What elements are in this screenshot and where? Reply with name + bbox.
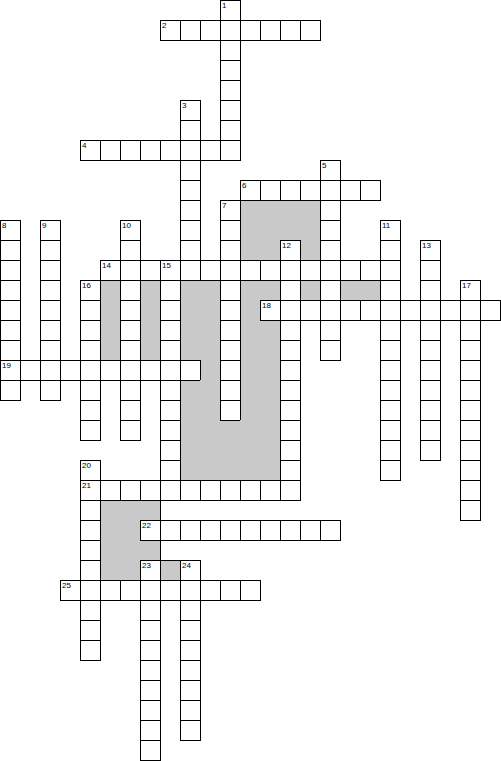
- shaded-cell-r23c10: [200, 460, 221, 481]
- letter-cell-r29c6[interactable]: [120, 580, 141, 601]
- letter-cell-r15c0[interactable]: [0, 300, 21, 321]
- letter-cell-r17c21[interactable]: [420, 340, 441, 361]
- letter-cell-r1c14[interactable]: [280, 20, 301, 41]
- letter-cell-r13c0[interactable]: [0, 260, 21, 281]
- letter-cell-r7c6[interactable]: [120, 140, 141, 161]
- letter-cell-r21c23[interactable]: [460, 420, 481, 441]
- letter-cell-r16c14[interactable]: [280, 320, 301, 341]
- letter-cell-r29c5[interactable]: [100, 580, 121, 601]
- letter-cell-r18c1[interactable]: [20, 360, 41, 381]
- letter-cell-r13c6[interactable]: [120, 260, 141, 281]
- letter-cell-r1c15[interactable]: [300, 20, 321, 41]
- clue-number-1: 1: [222, 1, 226, 10]
- letter-cell-r1c10[interactable]: [200, 20, 221, 41]
- letter-cell-r19c0[interactable]: [0, 380, 21, 401]
- letter-cell-r23c19[interactable]: [380, 460, 401, 481]
- letter-cell-r18c23[interactable]: [460, 360, 481, 381]
- letter-cell-r27c4[interactable]: [80, 540, 101, 561]
- shaded-cell-r14c17: [340, 280, 361, 301]
- letter-cell-r19c2[interactable]: [40, 380, 61, 401]
- letter-cell-r12c0[interactable]: [0, 240, 21, 261]
- letter-cell-r18c8[interactable]: [160, 360, 181, 381]
- clue-number-21: 21: [82, 481, 91, 490]
- letter-cell-r9c15[interactable]: [300, 180, 321, 201]
- shaded-cell-r14c9: [180, 280, 201, 301]
- letter-cell-r10c11[interactable]: 7: [220, 200, 241, 221]
- letter-cell-r22c8[interactable]: [160, 440, 181, 461]
- letter-cell-r19c11[interactable]: [220, 380, 241, 401]
- clue-number-18: 18: [262, 301, 271, 310]
- letter-cell-r12c16[interactable]: [320, 240, 341, 261]
- letter-cell-r29c3[interactable]: 25: [60, 580, 81, 601]
- letter-cell-r17c8[interactable]: [160, 340, 181, 361]
- letter-cell-r29c12[interactable]: [240, 580, 261, 601]
- letter-cell-r28c7[interactable]: 23: [140, 560, 161, 581]
- letter-cell-r15c21[interactable]: [420, 300, 441, 321]
- letter-cell-r13c19[interactable]: [380, 260, 401, 281]
- letter-cell-r18c21[interactable]: [420, 360, 441, 381]
- shaded-cell-r16c9: [180, 320, 201, 341]
- letter-cell-r16c2[interactable]: [40, 320, 61, 341]
- clue-number-15: 15: [162, 261, 171, 270]
- letter-cell-r24c12[interactable]: [240, 480, 261, 501]
- letter-cell-r16c8[interactable]: [160, 320, 181, 341]
- letter-cell-r17c23[interactable]: [460, 340, 481, 361]
- letter-cell-r18c14[interactable]: [280, 360, 301, 381]
- letter-cell-r32c4[interactable]: [80, 640, 101, 661]
- letter-cell-r11c9[interactable]: [180, 220, 201, 241]
- letter-cell-r35c7[interactable]: [140, 700, 161, 721]
- letter-cell-r7c4[interactable]: 4: [80, 140, 101, 161]
- letter-cell-r7c9[interactable]: [180, 140, 201, 161]
- shaded-cell-r28c6: [120, 560, 141, 581]
- letter-cell-r17c19[interactable]: [380, 340, 401, 361]
- letter-cell-r15c20[interactable]: [400, 300, 421, 321]
- letter-cell-r30c4[interactable]: [80, 600, 101, 621]
- letter-cell-r18c9[interactable]: [180, 360, 201, 381]
- letter-cell-r24c11[interactable]: [220, 480, 241, 501]
- shaded-cell-r22c9: [180, 440, 201, 461]
- letter-cell-r20c14[interactable]: [280, 400, 301, 421]
- letter-cell-r25c4[interactable]: [80, 500, 101, 521]
- letter-cell-r29c10[interactable]: [200, 580, 221, 601]
- letter-cell-r13c15[interactable]: [300, 260, 321, 281]
- letter-cell-r7c11[interactable]: [220, 140, 241, 161]
- letter-cell-r21c19[interactable]: [380, 420, 401, 441]
- shaded-cell-r22c12: [240, 440, 261, 461]
- letter-cell-r16c23[interactable]: [460, 320, 481, 341]
- shaded-cell-r20c13: [260, 400, 281, 421]
- shaded-cell-r14c12: [240, 280, 261, 301]
- letter-cell-r20c6[interactable]: [120, 400, 141, 421]
- letter-cell-r21c4[interactable]: [80, 420, 101, 441]
- letter-cell-r12c6[interactable]: [120, 240, 141, 261]
- letter-cell-r29c7[interactable]: [140, 580, 161, 601]
- shaded-cell-r26c5: [100, 520, 121, 541]
- letter-cell-r35c9[interactable]: [180, 700, 201, 721]
- letter-cell-r8c9[interactable]: [180, 160, 201, 181]
- letter-cell-r31c7[interactable]: [140, 620, 161, 641]
- letter-cell-r1c8[interactable]: 2: [160, 20, 181, 41]
- shaded-cell-r12c15: [300, 240, 321, 261]
- letter-cell-r16c21[interactable]: [420, 320, 441, 341]
- letter-cell-r18c2[interactable]: [40, 360, 61, 381]
- letter-cell-r33c9[interactable]: [180, 660, 201, 681]
- letter-cell-r24c7[interactable]: [140, 480, 161, 501]
- shaded-cell-r15c5: [100, 300, 121, 321]
- letter-cell-r6c11[interactable]: [220, 120, 241, 141]
- clue-number-6: 6: [242, 181, 246, 190]
- letter-cell-r22c23[interactable]: [460, 440, 481, 461]
- letter-cell-r9c13[interactable]: [260, 180, 281, 201]
- letter-cell-r15c14[interactable]: [280, 300, 301, 321]
- letter-cell-r17c0[interactable]: [0, 340, 21, 361]
- letter-cell-r30c9[interactable]: [180, 600, 201, 621]
- letter-cell-r23c14[interactable]: [280, 460, 301, 481]
- letter-cell-r16c11[interactable]: [220, 320, 241, 341]
- letter-cell-r34c7[interactable]: [140, 680, 161, 701]
- shaded-cell-r21c11: [220, 420, 241, 441]
- shaded-cell-r19c12: [240, 380, 261, 401]
- letter-cell-r30c7[interactable]: [140, 600, 161, 621]
- letter-cell-r14c0[interactable]: [0, 280, 21, 301]
- letter-cell-r11c2[interactable]: 9: [40, 220, 61, 241]
- letter-cell-r11c11[interactable]: [220, 220, 241, 241]
- shaded-cell-r22c10: [200, 440, 221, 461]
- letter-cell-r13c11[interactable]: [220, 260, 241, 281]
- letter-cell-r24c13[interactable]: [260, 480, 281, 501]
- letter-cell-r16c4[interactable]: [80, 320, 101, 341]
- letter-cell-r18c4[interactable]: [80, 360, 101, 381]
- clue-number-22: 22: [142, 521, 151, 530]
- letter-cell-r13c10[interactable]: [200, 260, 221, 281]
- shaded-cell-r27c5: [100, 540, 121, 561]
- letter-cell-r24c23[interactable]: [460, 480, 481, 501]
- shaded-cell-r10c13: [260, 200, 281, 221]
- letter-cell-r11c0[interactable]: 8: [0, 220, 21, 241]
- letter-cell-r13c21[interactable]: [420, 260, 441, 281]
- letter-cell-r2c11[interactable]: [220, 40, 241, 61]
- letter-cell-r9c17[interactable]: [340, 180, 361, 201]
- letter-cell-r20c19[interactable]: [380, 400, 401, 421]
- shaded-cell-r12c13: [260, 240, 281, 261]
- letter-cell-r11c16[interactable]: [320, 220, 341, 241]
- letter-cell-r26c13[interactable]: [260, 520, 281, 541]
- letter-cell-r15c18[interactable]: [360, 300, 381, 321]
- clue-number-9: 9: [42, 221, 46, 230]
- letter-cell-r3c11[interactable]: [220, 60, 241, 81]
- letter-cell-r18c6[interactable]: [120, 360, 141, 381]
- letter-cell-r23c8[interactable]: [160, 460, 181, 481]
- letter-cell-r10c16[interactable]: [320, 200, 341, 221]
- letter-cell-r15c23[interactable]: [460, 300, 481, 321]
- letter-cell-r19c4[interactable]: [80, 380, 101, 401]
- letter-cell-r29c8[interactable]: [160, 580, 181, 601]
- letter-cell-r6c9[interactable]: [180, 120, 201, 141]
- letter-cell-r20c21[interactable]: [420, 400, 441, 421]
- clue-number-17: 17: [462, 281, 471, 290]
- shaded-cell-r15c7: [140, 300, 161, 321]
- letter-cell-r29c9[interactable]: [180, 580, 201, 601]
- letter-cell-r20c8[interactable]: [160, 400, 181, 421]
- letter-cell-r18c0[interactable]: 19: [0, 360, 21, 381]
- shaded-cell-r21c9: [180, 420, 201, 441]
- letter-cell-r15c17[interactable]: [340, 300, 361, 321]
- letter-cell-r7c10[interactable]: [200, 140, 221, 161]
- letter-cell-r18c19[interactable]: [380, 360, 401, 381]
- shaded-cell-r11c12: [240, 220, 261, 241]
- shaded-cell-r17c5: [100, 340, 121, 361]
- letter-cell-r15c15[interactable]: [300, 300, 321, 321]
- letter-cell-r13c17[interactable]: [340, 260, 361, 281]
- clue-number-12: 12: [282, 241, 291, 250]
- letter-cell-r23c23[interactable]: [460, 460, 481, 481]
- letter-cell-r13c8[interactable]: 15: [160, 260, 181, 281]
- letter-cell-r19c19[interactable]: [380, 380, 401, 401]
- letter-cell-r24c10[interactable]: [200, 480, 221, 501]
- letter-cell-r9c18[interactable]: [360, 180, 381, 201]
- letter-cell-r9c9[interactable]: [180, 180, 201, 201]
- shaded-cell-r14c5: [100, 280, 121, 301]
- letter-cell-r5c11[interactable]: [220, 100, 241, 121]
- letter-cell-r26c16[interactable]: [320, 520, 341, 541]
- letter-cell-r17c6[interactable]: [120, 340, 141, 361]
- shaded-cell-r11c15: [300, 220, 321, 241]
- shaded-cell-r16c12: [240, 320, 261, 341]
- letter-cell-r0c11[interactable]: 1: [220, 0, 241, 21]
- letter-cell-r19c8[interactable]: [160, 380, 181, 401]
- clue-number-5: 5: [322, 161, 326, 170]
- clue-number-20: 20: [82, 461, 91, 470]
- letter-cell-r16c19[interactable]: [380, 320, 401, 341]
- letter-cell-r15c6[interactable]: [120, 300, 141, 321]
- letter-cell-r1c9[interactable]: [180, 20, 201, 41]
- letter-cell-r24c5[interactable]: [100, 480, 121, 501]
- letter-cell-r14c21[interactable]: [420, 280, 441, 301]
- letter-cell-r26c9[interactable]: [180, 520, 201, 541]
- letter-cell-r17c16[interactable]: [320, 340, 341, 361]
- letter-cell-r26c4[interactable]: [80, 520, 101, 541]
- letter-cell-r9c12[interactable]: 6: [240, 180, 261, 201]
- shaded-cell-r17c9: [180, 340, 201, 361]
- shaded-cell-r28c8: [160, 560, 181, 581]
- letter-cell-r15c24[interactable]: [480, 300, 501, 321]
- letter-cell-r26c11[interactable]: [220, 520, 241, 541]
- letter-cell-r16c6[interactable]: [120, 320, 141, 341]
- letter-cell-r15c13[interactable]: 18: [260, 300, 281, 321]
- letter-cell-r26c15[interactable]: [300, 520, 321, 541]
- shaded-cell-r20c10: [200, 400, 221, 421]
- letter-cell-r26c7[interactable]: 22: [140, 520, 161, 541]
- letter-cell-r19c14[interactable]: [280, 380, 301, 401]
- letter-cell-r29c11[interactable]: [220, 580, 241, 601]
- shaded-cell-r17c10: [200, 340, 221, 361]
- shaded-cell-r20c12: [240, 400, 261, 421]
- letter-cell-r20c23[interactable]: [460, 400, 481, 421]
- letter-cell-r17c2[interactable]: [40, 340, 61, 361]
- letter-cell-r24c4[interactable]: 21: [80, 480, 101, 501]
- shaded-cell-r10c14: [280, 200, 301, 221]
- letter-cell-r21c21[interactable]: [420, 420, 441, 441]
- shaded-cell-r14c7: [140, 280, 161, 301]
- letter-cell-r10c9[interactable]: [180, 200, 201, 221]
- letter-cell-r7c5[interactable]: [100, 140, 121, 161]
- letter-cell-r14c8[interactable]: [160, 280, 181, 301]
- letter-cell-r24c6[interactable]: [120, 480, 141, 501]
- clue-number-11: 11: [382, 221, 390, 230]
- shaded-cell-r20c9: [180, 400, 201, 421]
- letter-cell-r12c19[interactable]: [380, 240, 401, 261]
- letter-cell-r14c2[interactable]: [40, 280, 61, 301]
- clue-number-23: 23: [142, 561, 151, 570]
- shaded-cell-r15c9: [180, 300, 201, 321]
- shaded-cell-r14c10: [200, 280, 221, 301]
- letter-cell-r1c12[interactable]: [240, 20, 261, 41]
- letter-cell-r13c13[interactable]: [260, 260, 281, 281]
- letter-cell-r19c23[interactable]: [460, 380, 481, 401]
- letter-cell-r26c12[interactable]: [240, 520, 261, 541]
- shaded-cell-r18c10: [200, 360, 221, 381]
- shaded-cell-r25c6: [120, 500, 141, 521]
- letter-cell-r14c14[interactable]: [280, 280, 301, 301]
- letter-cell-r33c7[interactable]: [140, 660, 161, 681]
- shaded-cell-r22c13: [260, 440, 281, 461]
- letter-cell-r17c11[interactable]: [220, 340, 241, 361]
- letter-cell-r14c11[interactable]: [220, 280, 241, 301]
- letter-cell-r12c2[interactable]: [40, 240, 61, 261]
- letter-cell-r15c19[interactable]: [380, 300, 401, 321]
- letter-cell-r12c14[interactable]: 12: [280, 240, 301, 261]
- letter-cell-r16c0[interactable]: [0, 320, 21, 341]
- letter-cell-r15c16[interactable]: [320, 300, 341, 321]
- letter-cell-r8c16[interactable]: 5: [320, 160, 341, 181]
- letter-cell-r12c21[interactable]: 13: [420, 240, 441, 261]
- letter-cell-r13c5[interactable]: 14: [100, 260, 121, 281]
- letter-cell-r12c9[interactable]: [180, 240, 201, 261]
- letter-cell-r31c4[interactable]: [80, 620, 101, 641]
- letter-cell-r13c14[interactable]: [280, 260, 301, 281]
- letter-cell-r18c7[interactable]: [140, 360, 161, 381]
- shaded-cell-r18c13: [260, 360, 281, 381]
- letter-cell-r28c4[interactable]: [80, 560, 101, 581]
- letter-cell-r14c19[interactable]: [380, 280, 401, 301]
- letter-cell-r7c7[interactable]: [140, 140, 161, 161]
- shaded-cell-r27c6: [120, 540, 141, 561]
- letter-cell-r14c6[interactable]: [120, 280, 141, 301]
- letter-cell-r14c23[interactable]: 17: [460, 280, 481, 301]
- letter-cell-r22c21[interactable]: [420, 440, 441, 461]
- letter-cell-r24c9[interactable]: [180, 480, 201, 501]
- letter-cell-r19c21[interactable]: [420, 380, 441, 401]
- letter-cell-r21c6[interactable]: [120, 420, 141, 441]
- shaded-cell-r16c10: [200, 320, 221, 341]
- letter-cell-r9c14[interactable]: [280, 180, 301, 201]
- letter-cell-r18c11[interactable]: [220, 360, 241, 381]
- letter-cell-r32c9[interactable]: [180, 640, 201, 661]
- letter-cell-r14c16[interactable]: [320, 280, 341, 301]
- letter-cell-r11c6[interactable]: 10: [120, 220, 141, 241]
- letter-cell-r13c12[interactable]: [240, 260, 261, 281]
- letter-cell-r36c9[interactable]: [180, 720, 201, 741]
- letter-cell-r29c4[interactable]: [80, 580, 101, 601]
- letter-cell-r24c14[interactable]: [280, 480, 301, 501]
- letter-cell-r14c4[interactable]: 16: [80, 280, 101, 301]
- shaded-cell-r26c6: [120, 520, 141, 541]
- shaded-cell-r19c13: [260, 380, 281, 401]
- letter-cell-r17c14[interactable]: [280, 340, 301, 361]
- letter-cell-r11c19[interactable]: 11: [380, 220, 401, 241]
- letter-cell-r32c7[interactable]: [140, 640, 161, 661]
- shaded-cell-r15c10: [200, 300, 221, 321]
- letter-cell-r22c14[interactable]: [280, 440, 301, 461]
- letter-cell-r20c11[interactable]: [220, 400, 241, 421]
- clue-number-24: 24: [182, 561, 191, 570]
- letter-cell-r26c8[interactable]: [160, 520, 181, 541]
- letter-cell-r20c4[interactable]: [80, 400, 101, 421]
- letter-cell-r1c11[interactable]: [220, 20, 241, 41]
- letter-cell-r21c8[interactable]: [160, 420, 181, 441]
- shaded-cell-r14c18: [360, 280, 381, 301]
- letter-cell-r13c18[interactable]: [360, 260, 381, 281]
- shaded-cell-r25c5: [100, 500, 121, 521]
- letter-cell-r17c4[interactable]: [80, 340, 101, 361]
- letter-cell-r13c9[interactable]: [180, 260, 201, 281]
- letter-cell-r13c7[interactable]: [140, 260, 161, 281]
- shaded-cell-r18c12: [240, 360, 261, 381]
- letter-cell-r19c6[interactable]: [120, 380, 141, 401]
- letter-cell-r15c2[interactable]: [40, 300, 61, 321]
- letter-cell-r31c9[interactable]: [180, 620, 201, 641]
- letter-cell-r25c23[interactable]: [460, 500, 481, 521]
- letter-cell-r36c7[interactable]: [140, 720, 161, 741]
- letter-cell-r15c11[interactable]: [220, 300, 241, 321]
- letter-cell-r9c16[interactable]: [320, 180, 341, 201]
- letter-cell-r26c14[interactable]: [280, 520, 301, 541]
- letter-cell-r37c7[interactable]: [140, 740, 161, 761]
- letter-cell-r28c9[interactable]: 24: [180, 560, 201, 581]
- letter-cell-r18c3[interactable]: [60, 360, 81, 381]
- crossword-board: 1234567891011121314151617181920212223242…: [0, 0, 501, 761]
- letter-cell-r1c13[interactable]: [260, 20, 281, 41]
- shaded-cell-r16c5: [100, 320, 121, 341]
- letter-cell-r4c11[interactable]: [220, 80, 241, 101]
- letter-cell-r12c11[interactable]: [220, 240, 241, 261]
- letter-cell-r22c19[interactable]: [380, 440, 401, 461]
- letter-cell-r21c14[interactable]: [280, 420, 301, 441]
- shaded-cell-r28c5: [100, 560, 121, 581]
- letter-cell-r16c16[interactable]: [320, 320, 341, 341]
- clue-number-25: 25: [62, 581, 71, 590]
- shaded-cell-r25c7: [140, 500, 161, 521]
- letter-cell-r15c22[interactable]: [440, 300, 461, 321]
- letter-cell-r15c4[interactable]: [80, 300, 101, 321]
- shaded-cell-r19c9: [180, 380, 201, 401]
- clue-number-3: 3: [182, 101, 186, 110]
- letter-cell-r26c10[interactable]: [200, 520, 221, 541]
- letter-cell-r24c8[interactable]: [160, 480, 181, 501]
- shaded-cell-r23c12: [240, 460, 261, 481]
- letter-cell-r34c9[interactable]: [180, 680, 201, 701]
- letter-cell-r7c8[interactable]: [160, 140, 181, 161]
- clue-number-13: 13: [422, 241, 431, 250]
- letter-cell-r13c16[interactable]: [320, 260, 341, 281]
- letter-cell-r13c2[interactable]: [40, 260, 61, 281]
- shaded-cell-r17c13: [260, 340, 281, 361]
- letter-cell-r18c5[interactable]: [100, 360, 121, 381]
- letter-cell-r15c8[interactable]: [160, 300, 181, 321]
- letter-cell-r23c4[interactable]: 20: [80, 460, 101, 481]
- letter-cell-r5c9[interactable]: 3: [180, 100, 201, 121]
